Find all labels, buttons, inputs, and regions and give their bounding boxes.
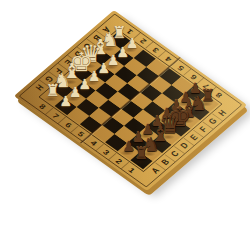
chess-set-product-photo: HGFEDCBAABCDEFGH8765432112345678 ♜♞♟♝♟♛♟… xyxy=(0,0,250,250)
chess-board: HGFEDCBAABCDEFGH8765432112345678 xyxy=(14,10,247,191)
board-grid xyxy=(42,32,219,170)
